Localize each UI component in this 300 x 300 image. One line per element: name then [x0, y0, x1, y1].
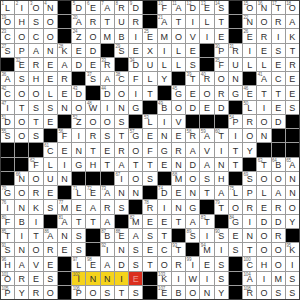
grid-cell-r5c18[interactable]: L	[243, 58, 256, 71]
grid-cell-r4c21[interactable]: T	[286, 44, 299, 57]
grid-cell-r18c8[interactable]: 92I	[101, 243, 114, 256]
grid-cell-r5c4[interactable]: E	[44, 58, 57, 71]
grid-cell-r21c19[interactable]: O	[257, 286, 270, 299]
grid-cell-r5c8[interactable]: 33R	[101, 58, 114, 71]
grid-cell-r9c7[interactable]: O	[86, 115, 99, 128]
grid-cell-r16c12[interactable]: E	[158, 215, 171, 228]
grid-cell-r14c20[interactable]: A	[272, 186, 285, 199]
grid-cell-r5c5[interactable]: A	[58, 58, 71, 71]
grid-cell-r2c15[interactable]: L	[200, 15, 213, 28]
grid-cell-r3c21[interactable]: K	[286, 29, 299, 42]
grid-cell-r11c17[interactable]: T	[229, 143, 242, 156]
grid-cell-r21c10[interactable]: S	[129, 286, 142, 299]
grid-cell-r7c15[interactable]: O	[200, 86, 213, 99]
grid-cell-r10c11[interactable]: E	[143, 129, 156, 142]
grid-cell-r8c5[interactable]: N	[58, 101, 71, 114]
grid-cell-r20c3[interactable]: E	[29, 272, 42, 285]
grid-cell-r20c13[interactable]: I	[172, 272, 185, 285]
grid-cell-r17c1[interactable]: 85T	[1, 229, 14, 242]
grid-cell-r3c10[interactable]: I	[129, 29, 142, 42]
grid-cell-r4c12[interactable]: I	[158, 44, 171, 57]
grid-cell-r7c3[interactable]: O	[29, 86, 42, 99]
grid-cell-r17c19[interactable]: O	[257, 229, 270, 242]
grid-cell-r14c1[interactable]: 70G	[1, 186, 14, 199]
grid-cell-r21c6[interactable]: 106P	[72, 286, 85, 299]
grid-cell-r21c9[interactable]: T	[115, 286, 128, 299]
grid-cell-r20c4[interactable]: S	[44, 272, 57, 285]
grid-cell-r10c19[interactable]: N	[257, 129, 270, 142]
grid-cell-r15c13[interactable]: N	[172, 200, 185, 213]
grid-cell-r10c15[interactable]: 59A	[200, 129, 213, 142]
grid-cell-r12c17[interactable]: T	[229, 158, 242, 171]
grid-cell-r1c20[interactable]: 17T	[272, 1, 285, 14]
grid-cell-r16c15[interactable]: 83T	[200, 215, 213, 228]
grid-cell-r9c12[interactable]: I	[158, 115, 171, 128]
grid-cell-r14c7[interactable]: 72E	[86, 186, 99, 199]
grid-cell-r12c9[interactable]: A	[115, 158, 128, 171]
crossword-grid[interactable]: 1L2I3O4N5D6E7A8R9D10F11A12D13E14S15O16N1…	[0, 0, 300, 300]
grid-cell-r3c14[interactable]: V	[186, 29, 199, 42]
grid-cell-r9c11[interactable]: 53L	[143, 115, 156, 128]
grid-cell-r18c2[interactable]: N	[15, 243, 28, 256]
grid-cell-r12c19[interactable]: 63T	[257, 158, 270, 171]
grid-cell-r10c6[interactable]: I	[72, 129, 85, 142]
grid-cell-r18c13[interactable]: 93T	[172, 243, 185, 256]
grid-cell-r17c17[interactable]: E	[229, 229, 242, 242]
grid-cell-r16c3[interactable]: I	[29, 215, 42, 228]
grid-cell-r21c4[interactable]: O	[44, 286, 57, 299]
grid-cell-r12c8[interactable]: T	[101, 158, 114, 171]
grid-cell-r6c7[interactable]: 37S	[86, 72, 99, 85]
grid-cell-r3c16[interactable]: E	[215, 29, 228, 42]
grid-cell-r21c8[interactable]: S	[101, 286, 114, 299]
grid-cell-r9c2[interactable]: O	[15, 115, 28, 128]
grid-cell-r5c17[interactable]: U	[229, 58, 242, 71]
grid-cell-r12c5[interactable]: I	[58, 158, 71, 171]
grid-cell-r17c10[interactable]: A	[129, 229, 142, 242]
grid-cell-r17c8[interactable]: 87B	[101, 229, 114, 242]
grid-cell-r21c14[interactable]: O	[186, 286, 199, 299]
grid-cell-r11c6[interactable]: N	[72, 143, 85, 156]
grid-cell-r16c10[interactable]: 82M	[129, 215, 142, 228]
grid-cell-r20c1[interactable]: 101O	[1, 272, 14, 285]
grid-cell-r16c1[interactable]: 80F	[1, 215, 14, 228]
grid-cell-r17c16[interactable]: 90S	[215, 229, 228, 242]
grid-cell-r2c10[interactable]: R	[129, 15, 142, 28]
grid-cell-r18c17[interactable]: S	[229, 243, 242, 256]
grid-cell-r19c4[interactable]: E	[44, 257, 57, 270]
grid-cell-r13c9[interactable]: 67I	[115, 172, 128, 185]
grid-cell-r7c14[interactable]: E	[186, 86, 199, 99]
grid-cell-r14c18[interactable]: P	[243, 186, 256, 199]
grid-cell-r16c18[interactable]: I	[243, 215, 256, 228]
grid-cell-r5c21[interactable]: R	[286, 58, 299, 71]
grid-cell-r14c10[interactable]: N	[129, 186, 142, 199]
grid-cell-r20c14[interactable]: W	[186, 272, 199, 285]
grid-cell-r13c10[interactable]: O	[129, 172, 142, 185]
grid-cell-r6c19[interactable]: 41A	[257, 72, 270, 85]
grid-cell-r1c19[interactable]: 16N	[257, 1, 270, 14]
grid-cell-r5c7[interactable]: E	[86, 58, 99, 71]
grid-cell-r20c15[interactable]: I	[200, 272, 213, 285]
grid-cell-r1c3[interactable]: 3O	[29, 1, 42, 14]
grid-cell-r19c18[interactable]: 100C	[243, 257, 256, 270]
grid-cell-r21c15[interactable]: N	[200, 286, 213, 299]
grid-cell-r5c10[interactable]: 34D	[129, 58, 142, 71]
grid-cell-r2c18[interactable]: 22N	[243, 15, 256, 28]
grid-cell-r6c2[interactable]: S	[15, 72, 28, 85]
grid-cell-r19c21[interactable]: I	[286, 257, 299, 270]
grid-cell-r14c17[interactable]: 75L	[229, 186, 242, 199]
grid-cell-r15c16[interactable]: 79T	[215, 200, 228, 213]
grid-cell-r15c8[interactable]: R	[101, 200, 114, 213]
grid-cell-r16c8[interactable]: A	[101, 215, 114, 228]
grid-cell-r20c20[interactable]: M	[272, 272, 285, 285]
grid-cell-r19c3[interactable]: V	[29, 257, 42, 270]
grid-cell-r6c9[interactable]: 38C	[115, 72, 128, 85]
grid-cell-r4c2[interactable]: P	[15, 44, 28, 57]
grid-cell-r21c2[interactable]: Y	[15, 286, 28, 299]
grid-cell-r5c3[interactable]: R	[29, 58, 42, 71]
grid-cell-r7c20[interactable]: T	[272, 86, 285, 99]
grid-cell-r15c21[interactable]: O	[286, 200, 299, 213]
grid-cell-r13c4[interactable]: U	[44, 172, 57, 185]
grid-cell-r9c13[interactable]: V	[172, 115, 185, 128]
grid-cell-r7c10[interactable]: I	[129, 86, 142, 99]
grid-cell-r2c13[interactable]: T	[172, 15, 185, 28]
grid-cell-r6c15[interactable]: 40R	[200, 72, 213, 85]
grid-cell-r4c16[interactable]: 30P	[215, 44, 228, 57]
grid-cell-r7c13[interactable]: 45G	[172, 86, 185, 99]
grid-cell-r19c19[interactable]: H	[257, 257, 270, 270]
grid-cell-r16c14[interactable]: A	[186, 215, 199, 228]
grid-cell-r11c10[interactable]: O	[129, 143, 142, 156]
grid-cell-r3c20[interactable]: I	[272, 29, 285, 42]
grid-cell-r4c19[interactable]: E	[257, 44, 270, 57]
grid-cell-r7c2[interactable]: O	[15, 86, 28, 99]
grid-cell-r17c14[interactable]: 89S	[186, 229, 199, 242]
grid-cell-r19c2[interactable]: A	[15, 257, 28, 270]
grid-cell-r14c12[interactable]: 74D	[158, 186, 171, 199]
grid-cell-r18c10[interactable]: S	[129, 243, 142, 256]
grid-cell-r4c11[interactable]: X	[143, 44, 156, 57]
grid-cell-r18c19[interactable]: O	[257, 243, 270, 256]
grid-cell-r7c6[interactable]: 43D	[72, 86, 85, 99]
grid-cell-r17c2[interactable]: I	[15, 229, 28, 242]
grid-cell-r2c2[interactable]: H	[15, 15, 28, 28]
grid-cell-r9c8[interactable]: O	[101, 115, 114, 128]
grid-cell-r3c15[interactable]: I	[200, 29, 213, 42]
grid-cell-r2c20[interactable]: R	[272, 15, 285, 28]
grid-cell-r4c18[interactable]: I	[243, 44, 256, 57]
grid-cell-r2c8[interactable]: T	[101, 15, 114, 28]
grid-cell-r9c6[interactable]: 52Z	[72, 115, 85, 128]
grid-cell-r4c5[interactable]: 28K	[58, 44, 71, 57]
grid-cell-r15c4[interactable]: S	[44, 200, 57, 213]
grid-cell-r20c2[interactable]: R	[15, 272, 28, 285]
grid-cell-r5c14[interactable]: S	[186, 58, 199, 71]
grid-cell-r17c5[interactable]: N	[58, 229, 71, 242]
grid-cell-r20c19[interactable]: I	[257, 272, 270, 285]
grid-cell-r11c18[interactable]: Y	[243, 143, 256, 156]
grid-cell-r6c12[interactable]: Y	[158, 72, 171, 85]
grid-cell-r4c17[interactable]: 31R	[229, 44, 242, 57]
grid-cell-r17c20[interactable]: R	[272, 229, 285, 242]
grid-cell-r7c8[interactable]: 44D	[101, 86, 114, 99]
grid-cell-r10c16[interactable]: 60T	[215, 129, 228, 142]
grid-cell-r1c2[interactable]: 2I	[15, 1, 28, 14]
grid-cell-r19c12[interactable]: O	[158, 257, 171, 270]
grid-cell-r8c7[interactable]: 48W	[86, 101, 99, 114]
grid-cell-r15c12[interactable]: I	[158, 200, 171, 213]
grid-cell-r11c7[interactable]: T	[86, 143, 99, 156]
grid-cell-r10c18[interactable]: O	[243, 129, 256, 142]
grid-cell-r14c2[interactable]: O	[15, 186, 28, 199]
grid-cell-r7c9[interactable]: O	[115, 86, 128, 99]
grid-cell-r11c16[interactable]: I	[215, 143, 228, 156]
grid-cell-r18c3[interactable]: O	[29, 243, 42, 256]
grid-cell-r14c16[interactable]: A	[215, 186, 228, 199]
grid-cell-r12c10[interactable]: T	[129, 158, 142, 171]
grid-cell-r13c20[interactable]: O	[272, 172, 285, 185]
grid-cell-r2c19[interactable]: O	[257, 15, 270, 28]
grid-cell-r12c20[interactable]: 64B	[272, 158, 285, 171]
grid-cell-r2c14[interactable]: I	[186, 15, 199, 28]
grid-cell-r14c6[interactable]: 71L	[72, 186, 85, 199]
grid-cell-r1c4[interactable]: 4N	[44, 1, 57, 14]
grid-cell-r12c21[interactable]: 65A	[286, 158, 299, 171]
grid-cell-r9c4[interactable]: E	[44, 115, 57, 128]
grid-cell-r8c20[interactable]: E	[272, 101, 285, 114]
grid-cell-r12c3[interactable]: 62F	[29, 158, 42, 171]
grid-cell-r2c12[interactable]: 21A	[158, 15, 171, 28]
grid-cell-r17c18[interactable]: N	[243, 229, 256, 242]
grid-cell-r7c17[interactable]: G	[229, 86, 242, 99]
grid-cell-r4c13[interactable]: L	[172, 44, 185, 57]
grid-cell-r12c14[interactable]: D	[186, 158, 199, 171]
grid-cell-r8c4[interactable]: S	[44, 101, 57, 114]
grid-cell-r5c2[interactable]: 32E	[15, 58, 28, 71]
grid-cell-r15c19[interactable]: E	[257, 200, 270, 213]
grid-cell-r14c19[interactable]: L	[257, 186, 270, 199]
grid-cell-r19c10[interactable]: S	[129, 257, 142, 270]
grid-cell-r3c2[interactable]: O	[15, 29, 28, 42]
grid-cell-r16c19[interactable]: D	[257, 215, 270, 228]
grid-cell-r19c6[interactable]: 97L	[72, 257, 85, 270]
grid-cell-r18c15[interactable]: 94M	[200, 243, 213, 256]
grid-cell-r20c10[interactable]: E	[129, 272, 142, 285]
grid-cell-r1c8[interactable]: 7A	[101, 1, 114, 14]
grid-cell-r10c17[interactable]: I	[229, 129, 242, 142]
grid-cell-r8c15[interactable]: E	[200, 101, 213, 114]
grid-cell-r15c5[interactable]: 77M	[58, 200, 71, 213]
grid-cell-r12c4[interactable]: L	[44, 158, 57, 171]
grid-cell-r19c14[interactable]: 99I	[186, 257, 199, 270]
grid-cell-r4c10[interactable]: E	[129, 44, 142, 57]
grid-cell-r4c6[interactable]: E	[72, 44, 85, 57]
grid-cell-r21c16[interactable]: Y	[215, 286, 228, 299]
grid-cell-r12c15[interactable]: A	[200, 158, 213, 171]
grid-cell-r8c14[interactable]: D	[186, 101, 199, 114]
grid-cell-r7c11[interactable]: T	[143, 86, 156, 99]
grid-cell-r20c21[interactable]: S	[286, 272, 299, 285]
grid-cell-r6c11[interactable]: L	[143, 72, 156, 85]
grid-cell-r14c8[interactable]: 73A	[101, 186, 114, 199]
grid-cell-r18c20[interactable]: O	[272, 243, 285, 256]
grid-cell-r17c9[interactable]: 88E	[115, 229, 128, 242]
grid-cell-r2c16[interactable]: T	[215, 15, 228, 28]
grid-cell-r13c3[interactable]: O	[29, 172, 42, 185]
grid-cell-r1c13[interactable]: 11A	[172, 1, 185, 14]
grid-cell-r10c12[interactable]: N	[158, 129, 171, 142]
grid-cell-r18c1[interactable]: 91S	[1, 243, 14, 256]
grid-cell-r12c7[interactable]: H	[86, 158, 99, 171]
grid-cell-r18c4[interactable]: R	[44, 243, 57, 256]
grid-cell-r19c7[interactable]: 98E	[86, 257, 99, 270]
grid-cell-r4c7[interactable]: D	[86, 44, 99, 57]
grid-cell-r8c19[interactable]: I	[257, 101, 270, 114]
grid-cell-r6c5[interactable]: R	[58, 72, 71, 85]
grid-cell-r3c6[interactable]: 24Z	[72, 29, 85, 42]
grid-cell-r11c4[interactable]: 61C	[44, 143, 57, 156]
grid-cell-r10c14[interactable]: 58R	[186, 129, 199, 142]
grid-cell-r16c21[interactable]: Y	[286, 215, 299, 228]
grid-cell-r2c9[interactable]: U	[115, 15, 128, 28]
grid-cell-r13c5[interactable]: N	[58, 172, 71, 185]
grid-cell-r11c13[interactable]: R	[172, 143, 185, 156]
grid-cell-r16c13[interactable]: T	[172, 215, 185, 228]
grid-cell-r10c8[interactable]: S	[101, 129, 114, 142]
grid-cell-r21c12[interactable]: 107E	[158, 286, 171, 299]
grid-cell-r18c11[interactable]: E	[143, 243, 156, 256]
grid-cell-r17c11[interactable]: S	[143, 229, 156, 242]
grid-cell-r18c9[interactable]: N	[115, 243, 128, 256]
grid-cell-r8c16[interactable]: D	[215, 101, 228, 114]
grid-cell-r19c11[interactable]: T	[143, 257, 156, 270]
grid-cell-r2c3[interactable]: S	[29, 15, 42, 28]
grid-cell-r15c6[interactable]: E	[72, 200, 85, 213]
grid-cell-r8c8[interactable]: I	[101, 101, 114, 114]
grid-cell-r15c3[interactable]: K	[29, 200, 42, 213]
grid-cell-r13c15[interactable]: S	[200, 172, 213, 185]
grid-cell-r7c5[interactable]: E	[58, 86, 71, 99]
grid-cell-r14c3[interactable]: R	[29, 186, 42, 199]
grid-cell-r2c6[interactable]: 20A	[72, 15, 85, 28]
grid-cell-r15c18[interactable]: R	[243, 200, 256, 213]
grid-cell-r10c13[interactable]: E	[172, 129, 185, 142]
grid-cell-r1c16[interactable]: 14S	[215, 1, 228, 14]
grid-cell-r21c1[interactable]: 105P	[1, 286, 14, 299]
grid-cell-r12c16[interactable]: N	[215, 158, 228, 171]
grid-cell-r13c21[interactable]: N	[286, 172, 299, 185]
grid-cell-r16c2[interactable]: B	[15, 215, 28, 228]
grid-cell-r3c4[interactable]: O	[44, 29, 57, 42]
grid-cell-r13c2[interactable]: 66N	[15, 172, 28, 185]
grid-cell-r7c4[interactable]: L	[44, 86, 57, 99]
grid-cell-r11c12[interactable]: G	[158, 143, 171, 156]
grid-cell-r9c20[interactable]: D	[272, 115, 285, 128]
grid-cell-r12c13[interactable]: N	[172, 158, 185, 171]
grid-cell-r15c20[interactable]: R	[272, 200, 285, 213]
grid-cell-r6c10[interactable]: F	[129, 72, 142, 85]
grid-cell-r18c21[interactable]: 95K	[286, 243, 299, 256]
grid-cell-r20c6[interactable]: 102I	[72, 272, 85, 285]
grid-cell-r7c1[interactable]: 42C	[1, 86, 14, 99]
grid-cell-r21c13[interactable]: B	[172, 286, 185, 299]
grid-cell-r15c1[interactable]: 76I	[1, 200, 14, 213]
grid-cell-r16c6[interactable]: T	[72, 215, 85, 228]
grid-cell-r11c9[interactable]: R	[115, 143, 128, 156]
grid-cell-r19c13[interactable]: R	[172, 257, 185, 270]
grid-cell-r5c16[interactable]: 35F	[215, 58, 228, 71]
grid-cell-r11c11[interactable]: F	[143, 143, 156, 156]
grid-cell-r3c12[interactable]: M	[158, 29, 171, 42]
grid-cell-r6c1[interactable]: 36A	[1, 72, 14, 85]
grid-cell-r13c14[interactable]: O	[186, 172, 199, 185]
grid-cell-r13c11[interactable]: S	[143, 172, 156, 185]
grid-cell-r9c3[interactable]: T	[29, 115, 42, 128]
grid-cell-r20c12[interactable]: 103K	[158, 272, 171, 285]
grid-cell-r6c16[interactable]: O	[215, 72, 228, 85]
grid-cell-r17c12[interactable]: T	[158, 229, 171, 242]
grid-cell-r13c16[interactable]: H	[215, 172, 228, 185]
grid-cell-r14c9[interactable]: N	[115, 186, 128, 199]
grid-cell-r15c2[interactable]: N	[15, 200, 28, 213]
grid-cell-r21c7[interactable]: O	[86, 286, 99, 299]
grid-cell-r12c11[interactable]: T	[143, 158, 156, 171]
grid-cell-r9c18[interactable]: R	[243, 115, 256, 128]
grid-cell-r19c1[interactable]: 96H	[1, 257, 14, 270]
grid-cell-r5c6[interactable]: D	[72, 58, 85, 71]
grid-cell-r7c18[interactable]: 46E	[243, 86, 256, 99]
grid-cell-r15c9[interactable]: S	[115, 200, 128, 213]
grid-cell-r10c2[interactable]: O	[15, 129, 28, 142]
grid-cell-r6c17[interactable]: N	[229, 72, 242, 85]
grid-cell-r16c11[interactable]: E	[143, 215, 156, 228]
grid-cell-r16c20[interactable]: D	[272, 215, 285, 228]
grid-cell-r1c12[interactable]: 10F	[158, 1, 171, 14]
grid-cell-r19c20[interactable]: O	[272, 257, 285, 270]
grid-cell-r1c18[interactable]: 15O	[243, 1, 256, 14]
grid-cell-r17c15[interactable]: I	[200, 229, 213, 242]
grid-cell-r1c14[interactable]: 12D	[186, 1, 199, 14]
grid-cell-r1c7[interactable]: 6E	[86, 1, 99, 14]
grid-cell-r9c17[interactable]: 54P	[229, 115, 242, 128]
grid-cell-r11c15[interactable]: V	[200, 143, 213, 156]
grid-cell-r6c14[interactable]: 39T	[186, 72, 199, 85]
grid-cell-r6c4[interactable]: E	[44, 72, 57, 85]
grid-cell-r4c4[interactable]: N	[44, 44, 57, 57]
grid-cell-r4c9[interactable]: 29S	[115, 44, 128, 57]
grid-cell-r3c13[interactable]: O	[172, 29, 185, 42]
grid-cell-r2c7[interactable]: R	[86, 15, 99, 28]
grid-cell-r21c18[interactable]: 108R	[243, 286, 256, 299]
grid-cell-r8c21[interactable]: S	[286, 101, 299, 114]
grid-cell-r20c9[interactable]: I	[115, 272, 128, 285]
grid-cell-r13c18[interactable]: 69S	[243, 172, 256, 185]
grid-cell-r17c3[interactable]: T	[29, 229, 42, 242]
grid-cell-r18c12[interactable]: C	[158, 243, 171, 256]
grid-cell-r6c3[interactable]: H	[29, 72, 42, 85]
grid-cell-r9c1[interactable]: 51D	[1, 115, 14, 128]
grid-cell-r9c9[interactable]: S	[115, 115, 128, 128]
grid-cell-r8c9[interactable]: N	[115, 101, 128, 114]
grid-cell-r8c12[interactable]: 49B	[158, 101, 171, 114]
grid-cell-r2c4[interactable]: O	[44, 15, 57, 28]
grid-cell-r15c14[interactable]: G	[186, 200, 199, 213]
grid-cell-r6c20[interactable]: C	[272, 72, 285, 85]
grid-cell-r16c17[interactable]: 84G	[229, 215, 242, 228]
